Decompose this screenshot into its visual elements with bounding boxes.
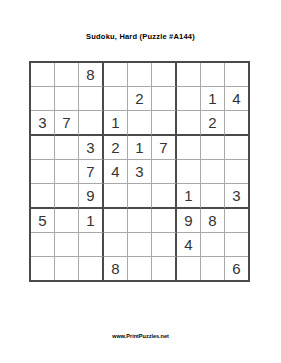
cell-r5c9[interactable] <box>225 160 248 184</box>
cell-r2c4[interactable] <box>104 87 128 111</box>
cell-r6c3: 9 <box>79 184 104 209</box>
cell-r7c8: 8 <box>201 209 225 233</box>
cell-r9c8[interactable] <box>201 257 225 280</box>
cell-r8c7: 4 <box>177 233 201 257</box>
cell-r9c6[interactable] <box>152 257 177 280</box>
cell-r7c7: 9 <box>177 209 201 233</box>
cell-r4c3: 3 <box>79 136 104 160</box>
cell-r6c8[interactable] <box>201 184 225 209</box>
cell-r8c2[interactable] <box>55 233 79 257</box>
cell-r7c5[interactable] <box>128 209 152 233</box>
cell-r7c2[interactable] <box>55 209 79 233</box>
cell-r2c5: 2 <box>128 87 152 111</box>
cell-r5c1[interactable] <box>31 160 55 184</box>
cell-r7c1: 5 <box>31 209 55 233</box>
cell-r2c2[interactable] <box>55 87 79 111</box>
cell-r2c6[interactable] <box>152 87 177 111</box>
cell-r2c8: 1 <box>201 87 225 111</box>
cell-r3c1: 3 <box>31 111 55 136</box>
cell-r5c7[interactable] <box>177 160 201 184</box>
cell-r4c7[interactable] <box>177 136 201 160</box>
cell-r9c9: 6 <box>225 257 248 280</box>
cell-r5c6[interactable] <box>152 160 177 184</box>
cell-r3c8: 2 <box>201 111 225 136</box>
cell-r6c4[interactable] <box>104 184 128 209</box>
cell-r4c2[interactable] <box>55 136 79 160</box>
cell-r4c5: 1 <box>128 136 152 160</box>
cell-r6c2[interactable] <box>55 184 79 209</box>
cell-r7c4[interactable] <box>104 209 128 233</box>
cell-r8c6[interactable] <box>152 233 177 257</box>
page-title: Sudoku, Hard (Puzzle #A144) <box>0 32 281 41</box>
cell-r4c4: 2 <box>104 136 128 160</box>
cell-r9c3[interactable] <box>79 257 104 280</box>
cell-r2c1[interactable] <box>31 87 55 111</box>
cell-r3c4: 1 <box>104 111 128 136</box>
sudoku-page: Sudoku, Hard (Puzzle #A144) 821437123217… <box>0 0 281 363</box>
cell-r2c7[interactable] <box>177 87 201 111</box>
cell-r7c9[interactable] <box>225 209 248 233</box>
cell-r6c1[interactable] <box>31 184 55 209</box>
cell-r9c1[interactable] <box>31 257 55 280</box>
cell-r8c8[interactable] <box>201 233 225 257</box>
cell-r9c7[interactable] <box>177 257 201 280</box>
cell-r4c9[interactable] <box>225 136 248 160</box>
cell-r6c7: 1 <box>177 184 201 209</box>
cell-r5c2[interactable] <box>55 160 79 184</box>
cell-r1c8[interactable] <box>201 63 225 87</box>
cell-r3c6[interactable] <box>152 111 177 136</box>
cell-r3c9[interactable] <box>225 111 248 136</box>
cell-r5c8[interactable] <box>201 160 225 184</box>
cell-r6c6[interactable] <box>152 184 177 209</box>
cell-r8c5[interactable] <box>128 233 152 257</box>
cell-r5c3: 7 <box>79 160 104 184</box>
cell-r1c7[interactable] <box>177 63 201 87</box>
cell-r1c2[interactable] <box>55 63 79 87</box>
cell-r1c9[interactable] <box>225 63 248 87</box>
sudoku-grid: 8214371232177439135198486 <box>29 61 250 282</box>
cell-r8c9[interactable] <box>225 233 248 257</box>
cell-r5c4: 4 <box>104 160 128 184</box>
cell-r3c3[interactable] <box>79 111 104 136</box>
cell-r9c5[interactable] <box>128 257 152 280</box>
cell-r6c9: 3 <box>225 184 248 209</box>
footer-url: www.PrintPuzzles.net <box>0 333 281 339</box>
cell-r4c1[interactable] <box>31 136 55 160</box>
cell-r5c5: 3 <box>128 160 152 184</box>
cell-r8c3[interactable] <box>79 233 104 257</box>
cell-r9c4: 8 <box>104 257 128 280</box>
cell-r2c3[interactable] <box>79 87 104 111</box>
cell-r4c8[interactable] <box>201 136 225 160</box>
cell-r1c6[interactable] <box>152 63 177 87</box>
cell-r1c4[interactable] <box>104 63 128 87</box>
cell-r2c9: 4 <box>225 87 248 111</box>
cell-r4c6: 7 <box>152 136 177 160</box>
cell-r9c2[interactable] <box>55 257 79 280</box>
cell-r7c6[interactable] <box>152 209 177 233</box>
cell-r8c1[interactable] <box>31 233 55 257</box>
cell-r1c5[interactable] <box>128 63 152 87</box>
cell-r3c7[interactable] <box>177 111 201 136</box>
cell-r6c5[interactable] <box>128 184 152 209</box>
cell-r8c4[interactable] <box>104 233 128 257</box>
cell-r7c3: 1 <box>79 209 104 233</box>
cell-r1c3: 8 <box>79 63 104 87</box>
cell-r3c2: 7 <box>55 111 79 136</box>
cell-r1c1[interactable] <box>31 63 55 87</box>
cell-r3c5[interactable] <box>128 111 152 136</box>
